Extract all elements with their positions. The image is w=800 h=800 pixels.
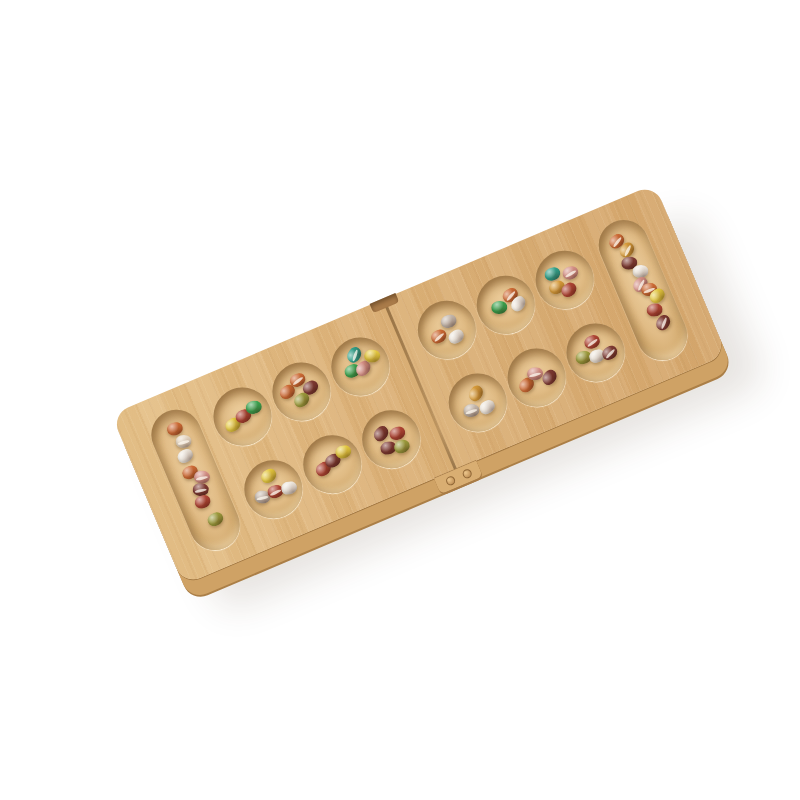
stone-olive (206, 510, 226, 528)
stone-white (446, 327, 466, 346)
stone-yellow (259, 467, 279, 486)
stone-pink (193, 470, 210, 484)
mancala-board-wrap (111, 184, 726, 585)
hinge-pin (444, 475, 456, 487)
stone-white (280, 480, 297, 495)
stone-green (491, 300, 508, 314)
product-photo-canvas (0, 0, 800, 800)
stone-green (245, 401, 262, 415)
stone-yellow (335, 445, 352, 460)
stone-clear (175, 434, 191, 448)
stone-white (477, 398, 497, 417)
stone-gray (463, 404, 479, 417)
stone-pink (561, 265, 580, 281)
stone-red (193, 494, 212, 510)
hinge-pin (461, 468, 473, 480)
mancala-board (111, 184, 726, 585)
stone-red (582, 333, 601, 351)
stone-yellow (364, 349, 381, 363)
stone-orange (428, 327, 448, 345)
stone-white (176, 447, 196, 465)
stone-olive (392, 438, 411, 455)
stone-pink (527, 367, 544, 381)
stone-gray (439, 313, 458, 329)
